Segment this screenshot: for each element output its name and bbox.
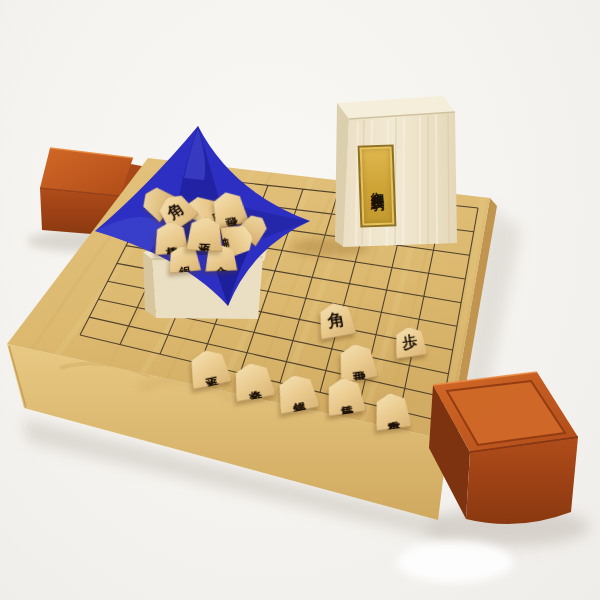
koma-kanji: 飛車 bbox=[223, 207, 235, 211]
koma-kanji: 桂馬 bbox=[237, 235, 239, 246]
koma-knight: 桂馬 bbox=[324, 376, 367, 417]
koma-gold: 金将 bbox=[230, 360, 276, 402]
koma-box-label: 御将棋駒 bbox=[358, 144, 397, 227]
koma-kanji: 金将 bbox=[215, 256, 227, 260]
koma-kanji: 銀将 bbox=[178, 256, 190, 261]
koma-kanji: 桂馬 bbox=[338, 394, 351, 398]
koma-pawn: 歩 bbox=[392, 325, 428, 359]
piece-stand-right bbox=[429, 372, 578, 524]
koma-kanji: 銀将 bbox=[290, 391, 303, 395]
scene-art bbox=[0, 0, 600, 600]
koma-kanji: 金将 bbox=[200, 205, 208, 218]
koma-kanji: 角 bbox=[326, 310, 346, 330]
koma-kanji: 香車 bbox=[385, 409, 398, 413]
koma-kanji: 王将 bbox=[199, 233, 212, 236]
koma-silver: 銀将 bbox=[274, 372, 320, 415]
koma-bishop: 角 bbox=[315, 300, 356, 340]
koma-kanji: 飛車 bbox=[350, 360, 363, 364]
box-koma-king: 王将 bbox=[186, 216, 224, 252]
koma-kanji: 王将 bbox=[202, 366, 215, 371]
koma-kanji: 金将 bbox=[246, 379, 259, 383]
koma-kanji: 桂馬 bbox=[165, 237, 177, 240]
koma-box-label-text: 御将棋駒 bbox=[370, 182, 383, 190]
scene: 御将棋駒 金将 角 飛車 桂馬 桂馬 銀将 金将 王将 角 歩 飛車 王将 金将… bbox=[0, 0, 600, 600]
koma-kanji: 歩 bbox=[402, 334, 419, 351]
koma-lance: 香車 bbox=[372, 391, 412, 431]
koma-kanji: 角 bbox=[165, 200, 187, 222]
